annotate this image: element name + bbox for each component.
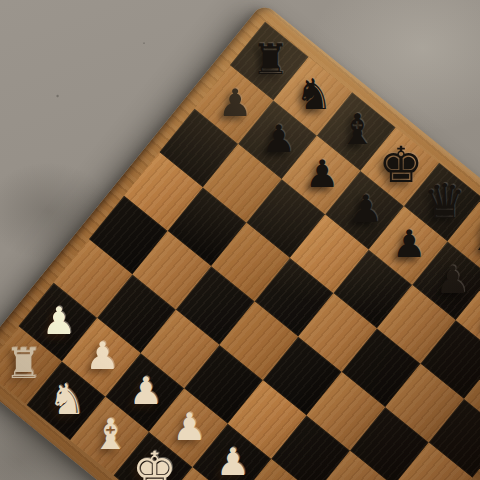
piece-white-pawn-g2: ♟ (85, 337, 119, 375)
board-grid: ♜♞♝♚♛♝♞♜♟♟♟♟♟♟♟♟♟♟♟♟♟♟♟♟♜♞♝♚♛♝♞♜ (0, 22, 480, 480)
piece-black-pawn-d7: ♟ (392, 225, 426, 263)
piece-black-bishop-c8: ♝ (469, 215, 480, 257)
piece-black-knight-g8: ♞ (295, 74, 333, 116)
piece-white-pawn-f2: ♟ (129, 372, 163, 410)
piece-black-queen-d8: ♛ (423, 177, 466, 225)
piece-black-king-e8: ♚ (379, 140, 424, 190)
piece-black-pawn-c7: ♟ (435, 261, 469, 299)
piece-white-king-e1: ♚ (132, 445, 177, 480)
piece-black-rook-h8: ♜ (251, 39, 289, 81)
piece-black-pawn-g7: ♟ (261, 120, 295, 158)
photo-overhead-chess: { "game": "chess", "scene": "overhead ph… (0, 0, 480, 480)
piece-black-pawn-h7: ♟ (218, 84, 252, 122)
piece-white-pawn-d2: ♟ (216, 443, 250, 480)
piece-white-bishop-f1: ♝ (92, 414, 130, 456)
piece-black-pawn-f7: ♟ (305, 155, 339, 193)
piece-white-rook-h1: ♜ (5, 343, 43, 385)
piece-white-pawn-e2: ♟ (172, 408, 206, 446)
piece-white-pawn-h2: ♟ (42, 302, 76, 340)
chess-board: ♜♞♝♚♛♝♞♜♟♟♟♟♟♟♟♟♟♟♟♟♟♟♟♟♜♞♝♚♛♝♞♜ (0, 2, 480, 480)
piece-white-knight-g1: ♞ (48, 379, 86, 421)
piece-black-pawn-e7: ♟ (348, 190, 382, 228)
piece-black-bishop-f8: ♝ (338, 109, 376, 151)
